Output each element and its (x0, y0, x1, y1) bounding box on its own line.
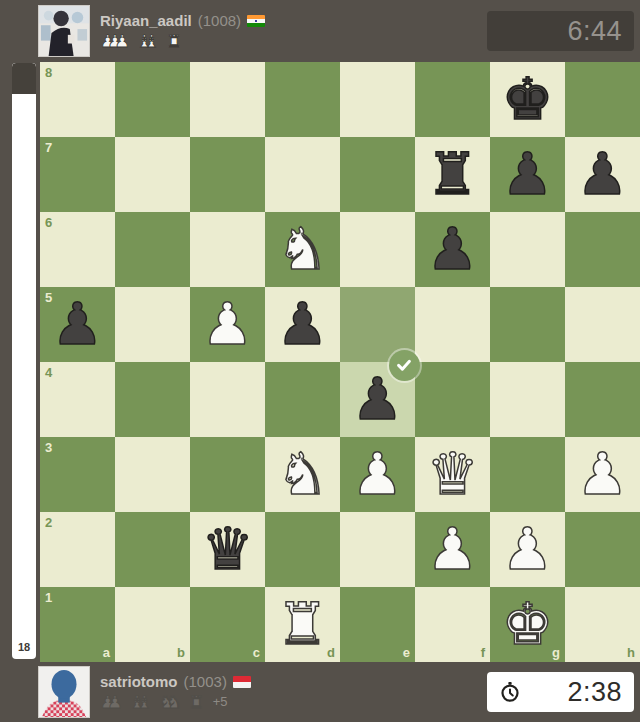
file-label-h: h (627, 645, 635, 660)
captured-pawn-group: ♟♟♟ (100, 31, 130, 51)
square-a1[interactable]: 1a (40, 587, 115, 662)
square-e6[interactable] (340, 212, 415, 287)
square-d2[interactable] (265, 512, 340, 587)
square-g8[interactable]: ♚ (490, 62, 565, 137)
file-label-b: b (177, 645, 185, 660)
chess-board: 8♚7♜♟♟6♞♟5♟♟♟4♟3♞♟♛♟2♛♟♟1abcd♜efg♚h (40, 62, 640, 662)
black-pawn-g7: ♟ (502, 137, 554, 212)
square-h6[interactable] (565, 212, 640, 287)
square-d3[interactable]: ♞ (265, 437, 340, 512)
rank-label-2: 2 (45, 515, 52, 530)
square-f1[interactable]: f (415, 587, 490, 662)
captured-white-bishop: ♝ (144, 31, 159, 51)
player-info: satriotomo (1003) ♟♟♝♝♞♞♜+5 (100, 673, 487, 712)
square-f2[interactable]: ♟ (415, 512, 490, 587)
player-captured-pieces: ♟♟♝♝♞♞♜+5 (100, 692, 487, 712)
opponent-captured-pieces: ♟♟♟♝♝♜ (100, 31, 487, 51)
evaluation-value: 18 (12, 641, 36, 653)
square-a5[interactable]: 5♟ (40, 287, 115, 362)
opponent-avatar[interactable] (38, 5, 90, 57)
correct-move-badge (389, 350, 420, 381)
board-area: 18 8♚7♜♟♟6♞♟5♟♟♟4♟3♞♟♛♟2♛♟♟1abcd♜efg♚h (0, 62, 640, 662)
evaluation-bar: 18 (12, 63, 36, 659)
square-h3[interactable]: ♟ (565, 437, 640, 512)
square-c2[interactable]: ♛ (190, 512, 265, 587)
file-label-c: c (253, 645, 260, 660)
rank-label-6: 6 (45, 215, 52, 230)
white-pawn-h3: ♟ (577, 437, 629, 512)
captured-pawn-group: ♟♟ (100, 692, 123, 712)
captured-white-pawn: ♟ (115, 31, 130, 51)
square-d1[interactable]: d♜ (265, 587, 340, 662)
captured-rook-group: ♜ (166, 31, 181, 51)
square-g2[interactable]: ♟ (490, 512, 565, 587)
black-rook-f7: ♜ (427, 137, 479, 212)
square-d4[interactable] (265, 362, 340, 437)
square-f7[interactable]: ♜ (415, 137, 490, 212)
square-h4[interactable] (565, 362, 640, 437)
opponent-name-row: Riyaan_aadil (1008) (100, 12, 487, 30)
square-f4[interactable] (415, 362, 490, 437)
captured-black-bishop: ♝ (137, 692, 152, 712)
clock-icon (499, 681, 521, 703)
square-b4[interactable] (115, 362, 190, 437)
rank-label-3: 3 (45, 440, 52, 455)
square-f8[interactable] (415, 62, 490, 137)
rank-label-7: 7 (45, 140, 52, 155)
file-label-g: g (552, 645, 560, 660)
square-a4[interactable]: 4 (40, 362, 115, 437)
square-h2[interactable] (565, 512, 640, 587)
square-b7[interactable] (115, 137, 190, 212)
square-c3[interactable] (190, 437, 265, 512)
square-c8[interactable] (190, 62, 265, 137)
white-pawn-g2: ♟ (502, 512, 554, 587)
opponent-clock-time: 6:44 (567, 16, 622, 47)
square-c5[interactable]: ♟ (190, 287, 265, 362)
file-label-f: f (481, 645, 485, 660)
square-b3[interactable] (115, 437, 190, 512)
square-h5[interactable] (565, 287, 640, 362)
square-e2[interactable] (340, 512, 415, 587)
square-f5[interactable] (415, 287, 490, 362)
square-f6[interactable]: ♟ (415, 212, 490, 287)
white-rook-d1: ♜ (277, 587, 329, 662)
white-king-g1: ♚ (502, 587, 554, 662)
player-clock: 2:38 (487, 672, 634, 712)
white-knight-d6: ♞ (277, 212, 329, 287)
square-c7[interactable] (190, 137, 265, 212)
captured-white-rook: ♜ (166, 31, 181, 51)
opponent-rating: (1008) (198, 12, 241, 30)
opponent-bar: Riyaan_aadil (1008) ♟♟♟♝♝♜ 6:44 (0, 0, 640, 62)
player-clock-time: 2:38 (567, 677, 622, 708)
file-label-d: d (327, 645, 335, 660)
white-pawn-f2: ♟ (427, 512, 479, 587)
square-e8[interactable] (340, 62, 415, 137)
square-a3[interactable]: 3 (40, 437, 115, 512)
player-name[interactable]: satriotomo (100, 673, 178, 691)
square-a8[interactable]: 8 (40, 62, 115, 137)
captured-bishop-group: ♝♝ (130, 692, 153, 712)
player-avatar[interactable] (38, 666, 90, 718)
square-d5[interactable]: ♟ (265, 287, 340, 362)
square-h8[interactable] (565, 62, 640, 137)
white-knight-d3: ♞ (277, 437, 329, 512)
square-g7[interactable]: ♟ (490, 137, 565, 212)
rank-label-1: 1 (45, 590, 52, 605)
white-pawn-c5: ♟ (202, 287, 254, 362)
square-c4[interactable] (190, 362, 265, 437)
square-a2[interactable]: 2 (40, 512, 115, 587)
opponent-info: Riyaan_aadil (1008) ♟♟♟♝♝♜ (100, 12, 487, 51)
square-g6[interactable] (490, 212, 565, 287)
captured-rook-group: ♜ (189, 692, 204, 712)
captured-black-rook: ♜ (189, 692, 204, 712)
india-flag-icon (247, 15, 265, 27)
square-d6[interactable]: ♞ (265, 212, 340, 287)
square-a7[interactable]: 7 (40, 137, 115, 212)
square-d7[interactable] (265, 137, 340, 212)
square-h7[interactable]: ♟ (565, 137, 640, 212)
black-queen-c2: ♛ (202, 512, 254, 587)
square-g4[interactable] (490, 362, 565, 437)
material-advantage: +5 (213, 694, 228, 709)
captured-bishop-group: ♝♝ (137, 31, 160, 51)
chess-app: Riyaan_aadil (1008) ♟♟♟♝♝♜ 6:44 18 8♚7♜♟… (0, 0, 640, 722)
captured-knight-group: ♞♞ (159, 692, 182, 712)
rank-label-4: 4 (45, 365, 52, 380)
square-c6[interactable] (190, 212, 265, 287)
square-h1[interactable]: h (565, 587, 640, 662)
black-king-g8: ♚ (502, 62, 554, 137)
black-pawn-f6: ♟ (427, 212, 479, 287)
square-e7[interactable] (340, 137, 415, 212)
black-pawn-d5: ♟ (277, 287, 329, 362)
square-f3[interactable]: ♛ (415, 437, 490, 512)
square-e3[interactable]: ♟ (340, 437, 415, 512)
black-pawn-a5: ♟ (52, 287, 104, 362)
captured-black-pawn: ♟ (107, 692, 122, 712)
square-g3[interactable] (490, 437, 565, 512)
rank-label-8: 8 (45, 65, 52, 80)
square-g5[interactable] (490, 287, 565, 362)
square-g1[interactable]: g♚ (490, 587, 565, 662)
captured-black-knight: ♞ (166, 692, 181, 712)
rank-label-5: 5 (45, 290, 52, 305)
square-d8[interactable] (265, 62, 340, 137)
player-rating: (1003) (184, 673, 227, 691)
opponent-clock: 6:44 (487, 11, 634, 51)
player-avatar-image (39, 667, 89, 717)
square-b2[interactable] (115, 512, 190, 587)
black-pawn-h7: ♟ (577, 137, 629, 212)
white-queen-f3: ♛ (427, 437, 479, 512)
square-b1[interactable]: b (115, 587, 190, 662)
indonesia-flag-icon (233, 676, 251, 688)
file-label-a: a (103, 645, 110, 660)
player-bar: satriotomo (1003) ♟♟♝♝♞♞♜+5 2:38 (0, 662, 640, 722)
file-label-e: e (403, 645, 410, 660)
white-pawn-e3: ♟ (352, 437, 404, 512)
player-name-row: satriotomo (1003) (100, 673, 487, 691)
opponent-name[interactable]: Riyaan_aadil (100, 12, 192, 30)
square-e1[interactable]: e (340, 587, 415, 662)
square-b5[interactable] (115, 287, 190, 362)
square-a6[interactable]: 6 (40, 212, 115, 287)
evaluation-bar-black-segment (12, 63, 36, 94)
square-c1[interactable]: c (190, 587, 265, 662)
square-b6[interactable] (115, 212, 190, 287)
square-b8[interactable] (115, 62, 190, 137)
opponent-avatar-photo (39, 6, 89, 56)
